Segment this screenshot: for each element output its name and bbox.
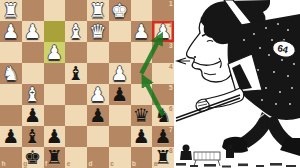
square-a5[interactable]: 5 bbox=[152, 84, 174, 105]
square-a7[interactable]: ♟7 bbox=[152, 126, 174, 147]
cartoon-illustration: 64 bbox=[174, 0, 300, 168]
square-d7[interactable] bbox=[87, 126, 109, 147]
square-a1[interactable]: 1 bbox=[152, 0, 174, 21]
square-c2[interactable] bbox=[109, 21, 131, 42]
rank-label-6: 6 bbox=[169, 106, 173, 113]
file-label-a: a bbox=[154, 161, 158, 168]
white-pawn[interactable]: ♟ bbox=[89, 85, 106, 104]
file-label-g: g bbox=[23, 161, 27, 168]
square-a2[interactable]: ♟2 bbox=[152, 21, 174, 42]
black-pawn[interactable]: ♟ bbox=[2, 127, 19, 146]
black-pawn[interactable]: ♟ bbox=[24, 106, 41, 125]
square-h4[interactable]: ♞ bbox=[0, 63, 22, 84]
file-label-e: e bbox=[67, 161, 71, 168]
square-g5[interactable]: ♝ bbox=[22, 84, 44, 105]
chess-board-area: ♜♜♚1♟♟♝♛♟♟2♟3♞♝♟4♝♟♟5♟♟♛♞6♟♝♟♟♟7h♚g♜fedc… bbox=[0, 0, 174, 168]
rank-label-4: 4 bbox=[169, 64, 173, 71]
white-queen[interactable]: ♛ bbox=[89, 22, 106, 41]
square-c5[interactable]: ♟ bbox=[109, 84, 131, 105]
white-king[interactable]: ♚ bbox=[111, 1, 128, 20]
square-b5[interactable] bbox=[131, 84, 153, 105]
square-c1[interactable]: ♚ bbox=[109, 0, 131, 21]
crowd-marks bbox=[176, 163, 296, 168]
square-e5[interactable] bbox=[65, 84, 87, 105]
file-label-b: b bbox=[132, 161, 136, 168]
cartoon-chess-player: 64 bbox=[176, 0, 300, 168]
file-label-d: d bbox=[89, 161, 93, 168]
square-f1[interactable] bbox=[44, 0, 66, 21]
square-f8[interactable]: ♜f bbox=[44, 147, 66, 168]
square-g4[interactable] bbox=[22, 63, 44, 84]
square-f5[interactable] bbox=[44, 84, 66, 105]
square-c4[interactable]: ♟ bbox=[109, 63, 131, 84]
black-pawn[interactable]: ♟ bbox=[89, 106, 106, 125]
square-h6[interactable] bbox=[0, 105, 22, 126]
black-bishop[interactable]: ♝ bbox=[68, 64, 85, 83]
rank-label-2: 2 bbox=[169, 22, 173, 29]
square-d1[interactable]: ♜ bbox=[87, 0, 109, 21]
black-queen[interactable]: ♛ bbox=[133, 106, 150, 125]
square-g6[interactable]: ♟ bbox=[22, 105, 44, 126]
square-a4[interactable]: 4 bbox=[152, 63, 174, 84]
square-g1[interactable] bbox=[22, 0, 44, 21]
square-b7[interactable]: ♟ bbox=[131, 126, 153, 147]
square-b6[interactable]: ♛ bbox=[131, 105, 153, 126]
white-pawn[interactable]: ♟ bbox=[133, 22, 150, 41]
square-e6[interactable] bbox=[65, 105, 87, 126]
rank-label-1: 1 bbox=[169, 1, 173, 8]
square-e3[interactable] bbox=[65, 42, 87, 63]
square-b2[interactable]: ♟ bbox=[131, 21, 153, 42]
black-pawn[interactable]: ♟ bbox=[46, 127, 63, 146]
nostril bbox=[194, 56, 196, 58]
rank-label-3: 3 bbox=[169, 43, 173, 50]
white-pawn[interactable]: ♟ bbox=[2, 22, 19, 41]
square-e7[interactable] bbox=[65, 126, 87, 147]
square-a3[interactable]: 3 bbox=[152, 42, 174, 63]
square-d5[interactable]: ♟ bbox=[87, 84, 109, 105]
black-pawn[interactable]: ♟ bbox=[111, 85, 128, 104]
square-e8[interactable]: e bbox=[65, 147, 87, 168]
square-g3[interactable] bbox=[22, 42, 44, 63]
white-knight[interactable]: ♞ bbox=[2, 64, 19, 83]
screenshot-root: ♜♜♚1♟♟♝♛♟♟2♟3♞♝♟4♝♟♟5♟♟♛♞6♟♝♟♟♟7h♚g♜fedc… bbox=[0, 0, 300, 168]
square-b3[interactable] bbox=[131, 42, 153, 63]
square-d2[interactable]: ♛ bbox=[87, 21, 109, 42]
file-label-h: h bbox=[2, 161, 6, 168]
square-g2[interactable]: ♟ bbox=[22, 21, 44, 42]
square-c8[interactable]: c bbox=[109, 147, 131, 168]
square-e1[interactable] bbox=[65, 0, 87, 21]
square-e2[interactable]: ♝ bbox=[65, 21, 87, 42]
square-f4[interactable] bbox=[44, 63, 66, 84]
black-rook[interactable]: ♜ bbox=[46, 148, 63, 167]
square-c6[interactable] bbox=[109, 105, 131, 126]
square-h5[interactable] bbox=[0, 84, 22, 105]
file-label-f: f bbox=[45, 161, 47, 168]
white-pawn[interactable]: ♟ bbox=[46, 43, 63, 62]
square-f3[interactable]: ♟ bbox=[44, 42, 66, 63]
small-arrow-doodle bbox=[177, 58, 190, 64]
square-d6[interactable]: ♟ bbox=[87, 105, 109, 126]
square-h2[interactable]: ♟ bbox=[0, 21, 22, 42]
square-h3[interactable] bbox=[0, 42, 22, 63]
black-pawn[interactable]: ♟ bbox=[133, 127, 150, 146]
square-d3[interactable] bbox=[87, 42, 109, 63]
square-g7[interactable]: ♝ bbox=[22, 126, 44, 147]
square-e4[interactable]: ♝ bbox=[65, 63, 87, 84]
white-rook[interactable]: ♜ bbox=[89, 1, 106, 20]
square-a6[interactable]: ♞6 bbox=[152, 105, 174, 126]
square-h7[interactable]: ♟ bbox=[0, 126, 22, 147]
square-a8[interactable]: ♜8a bbox=[152, 147, 174, 168]
square-c3[interactable] bbox=[109, 42, 131, 63]
square-g8[interactable]: ♚g bbox=[22, 147, 44, 168]
white-pawn[interactable]: ♟ bbox=[24, 22, 41, 41]
square-d8[interactable]: d bbox=[87, 147, 109, 168]
white-rook[interactable]: ♜ bbox=[2, 1, 19, 20]
rank-label-5: 5 bbox=[169, 85, 173, 92]
square-b1[interactable] bbox=[131, 0, 153, 21]
square-d4[interactable] bbox=[87, 63, 109, 84]
rank-label-8: 8 bbox=[169, 148, 173, 155]
white-pawn[interactable]: ♟ bbox=[111, 64, 128, 83]
black-bishop[interactable]: ♝ bbox=[24, 127, 41, 146]
rank-label-7: 7 bbox=[169, 127, 173, 134]
square-f6[interactable] bbox=[44, 105, 66, 126]
square-f2[interactable] bbox=[44, 21, 66, 42]
white-bishop[interactable]: ♝ bbox=[68, 22, 85, 41]
square-b4[interactable] bbox=[131, 63, 153, 84]
square-c7[interactable] bbox=[109, 126, 131, 147]
white-bishop[interactable]: ♝ bbox=[24, 85, 41, 104]
square-h8[interactable]: h bbox=[0, 147, 22, 168]
square-f7[interactable]: ♟ bbox=[44, 126, 66, 147]
file-label-c: c bbox=[110, 161, 114, 168]
square-h1[interactable]: ♜ bbox=[0, 0, 22, 21]
chess-board[interactable]: ♜♜♚1♟♟♝♛♟♟2♟3♞♝♟4♝♟♟5♟♟♛♞6♟♝♟♟♟7h♚g♜fedc… bbox=[0, 0, 174, 168]
square-b8[interactable]: b bbox=[131, 147, 153, 168]
